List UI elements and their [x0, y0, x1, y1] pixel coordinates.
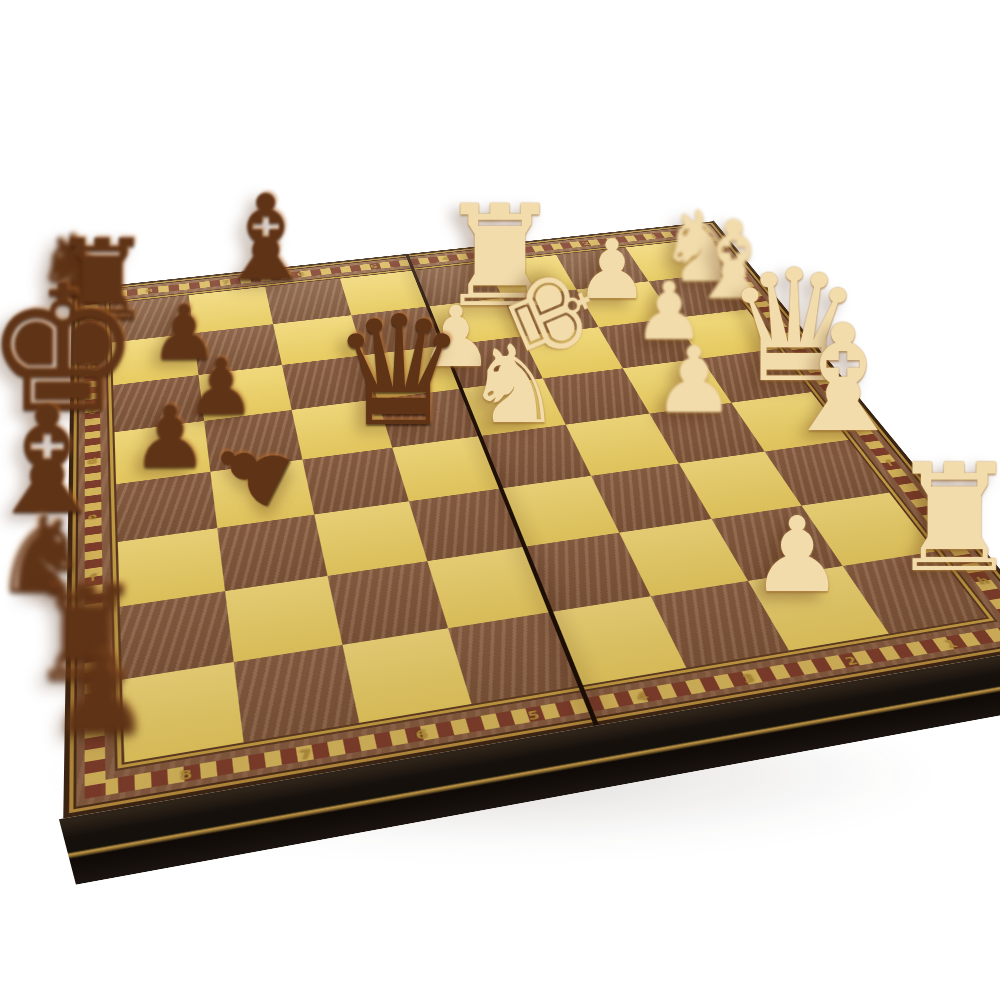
board-square	[525, 533, 651, 612]
coord-label-file: f	[883, 458, 895, 468]
board-square	[679, 452, 802, 519]
board-square	[120, 591, 234, 680]
board-square	[748, 566, 889, 651]
board-square	[328, 561, 449, 645]
board-square	[712, 506, 843, 581]
coord-label-file: b	[87, 362, 96, 370]
coord-label-file: c	[88, 406, 96, 415]
board-square	[448, 612, 580, 704]
coord-label-file: h	[88, 716, 100, 732]
board-square	[234, 645, 360, 742]
coord-label-rank: 5	[525, 707, 541, 723]
coord-label-rank: 6	[414, 726, 429, 742]
coord-label-rank: 6	[296, 271, 305, 278]
board-square	[302, 448, 408, 515]
board-square	[843, 551, 986, 633]
coord-label-file: g	[88, 639, 100, 653]
board-square	[802, 493, 935, 566]
board-square	[427, 547, 550, 628]
coord-label-rank: 8	[145, 287, 153, 294]
board-square	[292, 399, 393, 459]
board-square	[342, 628, 471, 723]
board-square	[122, 662, 244, 762]
coord-label-file: e	[88, 510, 98, 521]
chessboard-3d-scene: aabbccddeeffgghh8877665544332211	[63, 221, 1000, 818]
board-square	[651, 581, 789, 668]
board-square	[551, 596, 686, 685]
coord-label-rank: 3	[739, 671, 757, 686]
coord-label-rank: 8	[179, 766, 192, 783]
board-square	[118, 528, 225, 607]
board-square	[731, 392, 848, 451]
board-square	[204, 410, 302, 472]
coord-label-rank: 7	[298, 745, 312, 762]
board-square	[115, 421, 211, 484]
coord-label-file: a	[87, 321, 95, 328]
coord-label-file: g	[925, 512, 942, 523]
board-square	[217, 515, 327, 592]
coord-label-rank: 5	[369, 263, 378, 270]
board-square	[225, 576, 342, 662]
chess-set-product-photo: aabbccddeeffgghh8877665544332211 ♞♜♚♝♟♟♟…	[0, 0, 1000, 1000]
board-square	[765, 440, 890, 506]
coord-label-rank: 2	[842, 653, 860, 667]
board-square	[116, 472, 217, 542]
coord-label-file: h	[973, 573, 991, 586]
board-square	[619, 519, 748, 596]
board-square	[409, 488, 525, 561]
coord-label-file: d	[87, 455, 97, 465]
board-square	[314, 501, 427, 576]
coord-label-file: f	[90, 571, 97, 583]
coord-label-rank: 4	[634, 688, 651, 703]
board-square	[210, 460, 314, 529]
coord-label-rank: 1	[941, 636, 960, 650]
coord-label-rank: 7	[221, 279, 230, 286]
board-square	[392, 436, 501, 501]
board-square	[591, 464, 711, 533]
board-square	[501, 476, 619, 547]
